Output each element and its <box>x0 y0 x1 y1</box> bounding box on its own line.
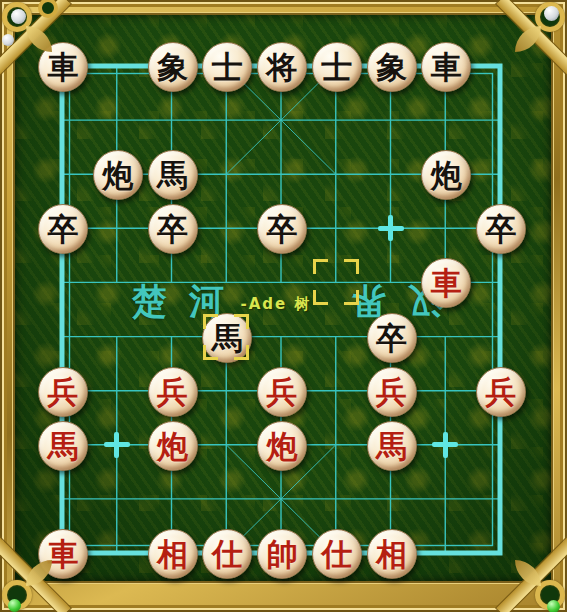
piece-glyph: 象 <box>157 44 188 90</box>
piece-black-soldier[interactable]: 卒 <box>476 204 526 254</box>
star-point-marker <box>104 432 130 458</box>
piece-black-advisor[interactable]: 士 <box>202 42 252 92</box>
piece-glyph: 象 <box>376 44 407 90</box>
piece-glyph: 仕 <box>321 531 352 577</box>
piece-glyph: 兵 <box>157 369 188 415</box>
piece-black-chariot[interactable]: 車 <box>421 42 471 92</box>
piece-black-soldier[interactable]: 卒 <box>367 313 417 363</box>
piece-glyph: 車 <box>431 44 462 90</box>
piece-glyph: 卒 <box>48 206 79 252</box>
piece-glyph: 仕 <box>212 531 243 577</box>
piece-red-advisor[interactable]: 仕 <box>312 529 362 579</box>
piece-red-horse[interactable]: 馬 <box>367 421 417 471</box>
piece-black-horse[interactable]: 馬 <box>148 150 198 200</box>
piece-glyph: 兵 <box>486 369 517 415</box>
piece-glyph: 馬 <box>157 152 188 198</box>
piece-red-soldier[interactable]: 兵 <box>257 367 307 417</box>
piece-glyph: 卒 <box>267 206 298 252</box>
piece-glyph: 炮 <box>157 423 188 469</box>
piece-red-elephant[interactable]: 相 <box>148 529 198 579</box>
piece-red-chariot[interactable]: 車 <box>38 529 88 579</box>
piece-glyph: 士 <box>212 44 243 90</box>
piece-black-elephant[interactable]: 象 <box>367 42 417 92</box>
river-watermark: -Ade 树 <box>241 295 312 314</box>
piece-black-soldier[interactable]: 卒 <box>257 204 307 254</box>
piece-red-elephant[interactable]: 相 <box>367 529 417 579</box>
piece-black-soldier[interactable]: 卒 <box>38 204 88 254</box>
piece-red-cannon[interactable]: 炮 <box>148 421 198 471</box>
piece-glyph: 卒 <box>376 315 407 361</box>
piece-red-soldier[interactable]: 兵 <box>476 367 526 417</box>
piece-red-soldier[interactable]: 兵 <box>148 367 198 417</box>
piece-red-general[interactable]: 帥 <box>257 529 307 579</box>
piece-glyph: 将 <box>267 44 298 90</box>
piece-black-soldier[interactable]: 卒 <box>148 204 198 254</box>
piece-glyph: 車 <box>48 531 79 577</box>
piece-red-advisor[interactable]: 仕 <box>202 529 252 579</box>
piece-black-cannon[interactable]: 炮 <box>93 150 143 200</box>
piece-black-general[interactable]: 将 <box>257 42 307 92</box>
piece-red-soldier[interactable]: 兵 <box>367 367 417 417</box>
piece-red-cannon[interactable]: 炮 <box>257 421 307 471</box>
piece-black-horse[interactable]: 馬 <box>202 313 252 363</box>
piece-glyph: 卒 <box>157 206 188 252</box>
piece-glyph: 相 <box>376 531 407 577</box>
piece-glyph: 帥 <box>267 531 298 577</box>
piece-glyph: 卒 <box>486 206 517 252</box>
piece-black-elephant[interactable]: 象 <box>148 42 198 92</box>
piece-glyph: 兵 <box>267 369 298 415</box>
star-point-marker <box>378 215 404 241</box>
piece-glyph: 馬 <box>376 423 407 469</box>
piece-glyph: 馬 <box>212 315 243 361</box>
piece-glyph: 士 <box>321 44 352 90</box>
piece-glyph: 炮 <box>267 423 298 469</box>
piece-glyph: 炮 <box>431 152 462 198</box>
piece-glyph: 車 <box>431 260 462 306</box>
xiangqi-app: 楚河 汉界 -Ade 树 車象士将士象車炮馬炮卒卒卒卒車馬卒兵兵兵兵兵馬炮炮馬車… <box>0 0 567 612</box>
piece-black-advisor[interactable]: 士 <box>312 42 362 92</box>
star-point-marker <box>432 432 458 458</box>
piece-glyph: 馬 <box>48 423 79 469</box>
piece-red-horse[interactable]: 馬 <box>38 421 88 471</box>
piece-glyph: 兵 <box>48 369 79 415</box>
piece-glyph: 兵 <box>376 369 407 415</box>
piece-red-soldier[interactable]: 兵 <box>38 367 88 417</box>
piece-glyph: 炮 <box>102 152 133 198</box>
piece-black-chariot[interactable]: 車 <box>38 42 88 92</box>
piece-glyph: 車 <box>48 44 79 90</box>
piece-glyph: 相 <box>157 531 188 577</box>
